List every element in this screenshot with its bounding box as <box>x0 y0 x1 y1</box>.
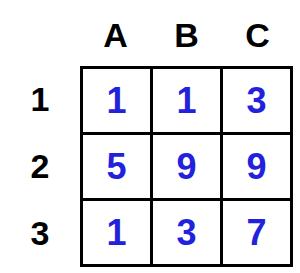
grid-board: 1 1 3 5 9 9 1 3 7 <box>80 66 293 267</box>
cell-C2: 9 <box>223 135 290 198</box>
cell-A2: 5 <box>83 135 150 198</box>
cell-B3: 3 <box>153 201 220 264</box>
cell-A3: 1 <box>83 201 150 264</box>
number-grid-diagram: A B C 1 2 3 1 1 3 5 9 9 1 3 7 <box>0 0 300 273</box>
row-header-2: 2 <box>0 133 80 200</box>
row-header-3: 3 <box>0 200 80 267</box>
cell-B2: 9 <box>153 135 220 198</box>
cell-C3: 7 <box>223 201 290 264</box>
cell-C1: 3 <box>223 69 290 132</box>
row-headers: 1 2 3 <box>0 66 80 267</box>
column-header-a: A <box>80 0 151 66</box>
column-header-b: B <box>151 0 222 66</box>
column-header-c: C <box>222 0 293 66</box>
row-header-1: 1 <box>0 66 80 133</box>
cell-A1: 1 <box>83 69 150 132</box>
cell-B1: 1 <box>153 69 220 132</box>
column-headers: A B C <box>80 0 293 66</box>
